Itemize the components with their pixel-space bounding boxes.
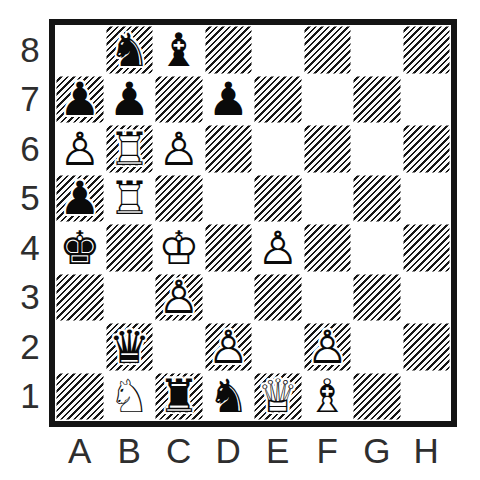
square-e2[interactable]	[253, 322, 303, 372]
square-h3[interactable]	[402, 273, 452, 323]
square-c8[interactable]: ♝♝	[154, 25, 204, 75]
white-pawn-fill-glyph: ♟	[303, 322, 353, 372]
white-pawn-icon: ♙	[154, 124, 204, 174]
black-knight-icon: ♞	[105, 25, 155, 75]
black-queen-fill-glyph: ♛	[105, 322, 155, 372]
square-h4[interactable]	[402, 223, 452, 273]
black-king-fill-glyph: ♚	[55, 223, 105, 273]
black-king-icon: ♚	[55, 223, 105, 273]
square-d5[interactable]	[204, 174, 254, 224]
square-c6[interactable]: ♟♙	[154, 124, 204, 174]
file-label-b: B	[105, 429, 155, 473]
piece-white-bishop-f1[interactable]: ♝♗	[303, 372, 353, 422]
black-knight-icon: ♞	[204, 372, 254, 422]
file-label-f: F	[303, 429, 353, 473]
white-pawn-fill-glyph: ♟	[204, 322, 254, 372]
square-e4[interactable]: ♟♙	[253, 223, 303, 273]
square-g7[interactable]	[352, 75, 402, 125]
black-rook-fill-glyph: ♜	[154, 372, 204, 422]
square-a6[interactable]: ♟♙	[55, 124, 105, 174]
square-f2[interactable]: ♟♙	[303, 322, 353, 372]
black-bishop-fill-glyph: ♝	[154, 25, 204, 75]
square-a2[interactable]	[55, 322, 105, 372]
rank-label-7: 7	[12, 75, 48, 125]
square-b2[interactable]: ♛♛	[105, 322, 155, 372]
file-label-e: E	[253, 429, 303, 473]
white-queen-fill-glyph: ♛	[253, 372, 303, 422]
piece-black-knight-d1[interactable]: ♞♞	[204, 372, 254, 422]
square-f5[interactable]	[303, 174, 353, 224]
square-a3[interactable]	[55, 273, 105, 323]
rank-label-5: 5	[12, 174, 48, 224]
square-e5[interactable]	[253, 174, 303, 224]
piece-black-king-a4[interactable]: ♚♚	[55, 223, 105, 273]
white-pawn-icon: ♙	[303, 322, 353, 372]
square-a7[interactable]: ♟♟	[55, 75, 105, 125]
white-queen-icon: ♕	[253, 372, 303, 422]
file-labels: ABCDEFGH	[55, 429, 451, 473]
square-a4[interactable]: ♚♚	[55, 223, 105, 273]
white-pawn-fill-glyph: ♟	[154, 124, 204, 174]
piece-white-king-c4[interactable]: ♚♔	[154, 223, 204, 273]
white-pawn-fill-glyph: ♟	[253, 223, 303, 273]
square-d2[interactable]: ♟♙	[204, 322, 254, 372]
square-g6[interactable]	[352, 124, 402, 174]
black-bishop-icon: ♝	[154, 25, 204, 75]
square-h7[interactable]	[402, 75, 452, 125]
square-d4[interactable]	[204, 223, 254, 273]
piece-black-queen-b2[interactable]: ♛♛	[105, 322, 155, 372]
piece-white-pawn-f2[interactable]: ♟♙	[303, 322, 353, 372]
square-a1[interactable]	[55, 372, 105, 422]
black-pawn-fill-glyph: ♟	[204, 75, 254, 125]
piece-black-pawn-b7[interactable]: ♟♟	[105, 75, 155, 125]
white-rook-fill-glyph: ♜	[105, 174, 155, 224]
piece-black-rook-c1[interactable]: ♜♜	[154, 372, 204, 422]
square-c7[interactable]	[154, 75, 204, 125]
square-f6[interactable]	[303, 124, 353, 174]
piece-black-knight-b8[interactable]: ♞♞	[105, 25, 155, 75]
black-pawn-icon: ♟	[55, 75, 105, 125]
white-pawn-icon: ♙	[204, 322, 254, 372]
black-knight-fill-glyph: ♞	[204, 372, 254, 422]
piece-white-pawn-c6[interactable]: ♟♙	[154, 124, 204, 174]
white-bishop-fill-glyph: ♝	[303, 372, 353, 422]
rank-label-1: 1	[12, 372, 48, 422]
piece-white-knight-b1[interactable]: ♞♘	[105, 372, 155, 422]
white-pawn-fill-glyph: ♟	[154, 273, 204, 323]
rank-label-8: 8	[12, 25, 48, 75]
square-c1[interactable]: ♜♜	[154, 372, 204, 422]
file-label-d: D	[204, 429, 254, 473]
black-pawn-fill-glyph: ♟	[105, 75, 155, 125]
square-f8[interactable]	[303, 25, 353, 75]
piece-black-bishop-c8[interactable]: ♝♝	[154, 25, 204, 75]
rank-label-2: 2	[12, 322, 48, 372]
square-f4[interactable]	[303, 223, 353, 273]
file-label-a: A	[55, 429, 105, 473]
square-d3[interactable]	[204, 273, 254, 323]
piece-white-pawn-a6[interactable]: ♟♙	[55, 124, 105, 174]
piece-white-rook-b5[interactable]: ♜♖	[105, 174, 155, 224]
square-e7[interactable]	[253, 75, 303, 125]
black-pawn-icon: ♟	[55, 174, 105, 224]
black-pawn-icon: ♟	[204, 75, 254, 125]
square-e3[interactable]	[253, 273, 303, 323]
square-c3[interactable]: ♟♙	[154, 273, 204, 323]
piece-white-queen-e1[interactable]: ♛♕	[253, 372, 303, 422]
black-queen-icon: ♛	[105, 322, 155, 372]
white-pawn-icon: ♙	[55, 124, 105, 174]
white-knight-fill-glyph: ♞	[105, 372, 155, 422]
piece-black-pawn-a5[interactable]: ♟♟	[55, 174, 105, 224]
white-pawn-icon: ♙	[154, 273, 204, 323]
square-d1[interactable]: ♞♞	[204, 372, 254, 422]
file-label-c: C	[154, 429, 204, 473]
square-b7[interactable]: ♟♟	[105, 75, 155, 125]
white-king-fill-glyph: ♚	[154, 223, 204, 273]
white-rook-icon: ♖	[105, 124, 155, 174]
rank-label-3: 3	[12, 273, 48, 323]
white-pawn-icon: ♙	[253, 223, 303, 273]
square-a5[interactable]: ♟♟	[55, 174, 105, 224]
square-c2[interactable]	[154, 322, 204, 372]
black-rook-icon: ♜	[154, 372, 204, 422]
piece-white-pawn-e4[interactable]: ♟♙	[253, 223, 303, 273]
square-b8[interactable]: ♞♞	[105, 25, 155, 75]
square-e6[interactable]	[253, 124, 303, 174]
square-c5[interactable]	[154, 174, 204, 224]
piece-black-pawn-d7[interactable]: ♟♟	[204, 75, 254, 125]
square-d6[interactable]	[204, 124, 254, 174]
file-label-g: G	[352, 429, 402, 473]
square-b4[interactable]	[105, 223, 155, 273]
square-h6[interactable]	[402, 124, 452, 174]
piece-white-pawn-c3[interactable]: ♟♙	[154, 273, 204, 323]
piece-black-pawn-a7[interactable]: ♟♟	[55, 75, 105, 125]
white-rook-icon: ♖	[105, 174, 155, 224]
black-pawn-fill-glyph: ♟	[55, 75, 105, 125]
rank-labels: 87654321	[12, 25, 48, 421]
square-g1[interactable]	[352, 372, 402, 422]
white-pawn-fill-glyph: ♟	[55, 124, 105, 174]
square-g4[interactable]	[352, 223, 402, 273]
square-b3[interactable]	[105, 273, 155, 323]
square-d7[interactable]: ♟♟	[204, 75, 254, 125]
square-a8[interactable]	[55, 25, 105, 75]
square-g8[interactable]	[352, 25, 402, 75]
rank-label-6: 6	[12, 124, 48, 174]
square-g3[interactable]	[352, 273, 402, 323]
square-h2[interactable]	[402, 322, 452, 372]
square-e1[interactable]: ♛♕	[253, 372, 303, 422]
white-rook-fill-glyph: ♜	[105, 124, 155, 174]
square-d8[interactable]	[204, 25, 254, 75]
square-b6[interactable]: ♜♖	[105, 124, 155, 174]
square-b5[interactable]: ♜♖	[105, 174, 155, 224]
square-c4[interactable]: ♚♔	[154, 223, 204, 273]
file-label-h: H	[402, 429, 452, 473]
black-pawn-icon: ♟	[105, 75, 155, 125]
white-bishop-icon: ♗	[303, 372, 353, 422]
black-pawn-fill-glyph: ♟	[55, 174, 105, 224]
square-f1[interactable]: ♝♗	[303, 372, 353, 422]
white-king-icon: ♔	[154, 223, 204, 273]
black-knight-fill-glyph: ♞	[105, 25, 155, 75]
square-b1[interactable]: ♞♘	[105, 372, 155, 422]
piece-white-pawn-d2[interactable]: ♟♙	[204, 322, 254, 372]
square-e8[interactable]	[253, 25, 303, 75]
rank-label-4: 4	[12, 223, 48, 273]
square-f7[interactable]	[303, 75, 353, 125]
chess-board: ♞♞♝♝♟♟♟♟♟♟♟♙♜♖♟♙♟♟♜♖♚♚♚♔♟♙♟♙♛♛♟♙♟♙♞♘♜♜♞♞…	[49, 19, 457, 427]
square-g5[interactable]	[352, 174, 402, 224]
square-g2[interactable]	[352, 322, 402, 372]
piece-white-rook-b6[interactable]: ♜♖	[105, 124, 155, 174]
square-h1[interactable]	[402, 372, 452, 422]
white-knight-icon: ♘	[105, 372, 155, 422]
square-f3[interactable]	[303, 273, 353, 323]
square-h8[interactable]	[402, 25, 452, 75]
square-h5[interactable]	[402, 174, 452, 224]
